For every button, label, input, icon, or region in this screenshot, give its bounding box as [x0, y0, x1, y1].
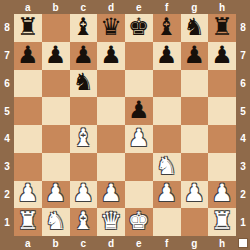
- file-label-c: c: [70, 0, 98, 14]
- piece-white-pawn[interactable]: ♟: [156, 181, 178, 205]
- square-g1[interactable]: [181, 208, 209, 236]
- piece-white-pawn[interactable]: ♟: [211, 181, 233, 205]
- piece-black-pawn[interactable]: ♟: [184, 43, 206, 67]
- square-e2[interactable]: [125, 181, 153, 209]
- square-g3[interactable]: [181, 153, 209, 181]
- square-c5[interactable]: [70, 97, 98, 125]
- file-label-b: b: [42, 236, 70, 250]
- file-label-h: h: [208, 0, 236, 14]
- rank-label-6: 6: [0, 70, 14, 98]
- square-h4[interactable]: [208, 125, 236, 153]
- side-to-move-indicator: [239, 239, 247, 247]
- piece-white-rook[interactable]: ♜: [211, 209, 233, 233]
- square-a8[interactable]: ♜: [14, 14, 42, 42]
- piece-white-pawn[interactable]: ♟: [128, 126, 150, 150]
- square-h1[interactable]: ♜: [208, 208, 236, 236]
- rank-label-4: 4: [236, 125, 250, 153]
- square-c6[interactable]: ♞: [70, 70, 98, 98]
- piece-black-pawn[interactable]: ♟: [128, 98, 150, 122]
- file-label-d: d: [97, 0, 125, 14]
- square-f2[interactable]: ♟: [153, 181, 181, 209]
- square-b5[interactable]: [42, 97, 70, 125]
- piece-black-pawn[interactable]: ♟: [211, 43, 233, 67]
- square-c1[interactable]: ♝: [70, 208, 98, 236]
- square-h3[interactable]: [208, 153, 236, 181]
- piece-black-queen[interactable]: ♛: [100, 15, 122, 39]
- square-d3[interactable]: [97, 153, 125, 181]
- piece-white-pawn[interactable]: ♟: [17, 181, 39, 205]
- square-f1[interactable]: [153, 208, 181, 236]
- square-d7[interactable]: ♟: [97, 42, 125, 70]
- square-h7[interactable]: ♟: [208, 42, 236, 70]
- file-label-g: g: [181, 236, 209, 250]
- square-d5[interactable]: [97, 97, 125, 125]
- file-label-d: d: [97, 236, 125, 250]
- square-e8[interactable]: ♚: [125, 14, 153, 42]
- file-label-a: a: [14, 0, 42, 14]
- piece-black-knight[interactable]: ♞: [73, 70, 95, 94]
- square-a7[interactable]: ♟: [14, 42, 42, 70]
- piece-black-pawn[interactable]: ♟: [17, 43, 39, 67]
- square-a6[interactable]: [14, 70, 42, 98]
- piece-black-pawn[interactable]: ♟: [73, 43, 95, 67]
- square-b2[interactable]: ♟: [42, 181, 70, 209]
- file-label-c: c: [70, 236, 98, 250]
- piece-white-pawn[interactable]: ♟: [184, 181, 206, 205]
- rank-label-1: 1: [236, 208, 250, 236]
- rank-label-1: 1: [0, 208, 14, 236]
- square-b3[interactable]: [42, 153, 70, 181]
- piece-white-rook[interactable]: ♜: [17, 209, 39, 233]
- square-g4[interactable]: [181, 125, 209, 153]
- square-d6[interactable]: [97, 70, 125, 98]
- square-b7[interactable]: ♟: [42, 42, 70, 70]
- square-d8[interactable]: ♛: [97, 14, 125, 42]
- piece-black-pawn[interactable]: ♟: [156, 43, 178, 67]
- square-b1[interactable]: ♞: [42, 208, 70, 236]
- piece-black-bishop[interactable]: ♝: [156, 15, 178, 39]
- square-b4[interactable]: [42, 125, 70, 153]
- piece-white-knight[interactable]: ♞: [45, 209, 67, 233]
- rank-label-3: 3: [0, 153, 14, 181]
- file-label-a: a: [14, 236, 42, 250]
- piece-black-king[interactable]: ♚: [128, 15, 150, 39]
- piece-white-pawn[interactable]: ♟: [73, 181, 95, 205]
- square-d4[interactable]: [97, 125, 125, 153]
- rank-label-6: 6: [236, 70, 250, 98]
- square-g6[interactable]: [181, 70, 209, 98]
- rank-labels-right: 87654321: [236, 14, 250, 236]
- square-a5[interactable]: [14, 97, 42, 125]
- chess-board: ♜♝♛♚♝♞♜♟♟♟♟♟♟♟♞♟♝♟♞♟♟♟♟♟♟♟♜♞♝♛♚♜: [14, 14, 236, 236]
- piece-black-rook[interactable]: ♜: [211, 15, 233, 39]
- square-e7[interactable]: [125, 42, 153, 70]
- piece-black-pawn[interactable]: ♟: [45, 43, 67, 67]
- square-c4[interactable]: ♝: [70, 125, 98, 153]
- rank-label-8: 8: [0, 14, 14, 42]
- square-h5[interactable]: [208, 97, 236, 125]
- piece-white-queen[interactable]: ♛: [100, 209, 122, 233]
- square-b8[interactable]: [42, 14, 70, 42]
- piece-white-pawn[interactable]: ♟: [100, 181, 122, 205]
- file-label-f: f: [153, 236, 181, 250]
- square-g2[interactable]: ♟: [181, 181, 209, 209]
- piece-black-bishop[interactable]: ♝: [73, 15, 95, 39]
- file-label-h: h: [208, 236, 236, 250]
- piece-black-pawn[interactable]: ♟: [100, 43, 122, 67]
- square-f3[interactable]: ♞: [153, 153, 181, 181]
- square-e3[interactable]: [125, 153, 153, 181]
- square-e6[interactable]: [125, 70, 153, 98]
- square-d2[interactable]: ♟: [97, 181, 125, 209]
- square-c3[interactable]: [70, 153, 98, 181]
- rank-label-5: 5: [0, 97, 14, 125]
- square-b6[interactable]: [42, 70, 70, 98]
- square-a1[interactable]: ♜: [14, 208, 42, 236]
- square-a4[interactable]: [14, 125, 42, 153]
- square-f7[interactable]: ♟: [153, 42, 181, 70]
- rank-label-4: 4: [0, 125, 14, 153]
- file-label-e: e: [125, 236, 153, 250]
- rank-label-2: 2: [0, 181, 14, 209]
- square-d1[interactable]: ♛: [97, 208, 125, 236]
- chess-board-frame: abcdefgh abcdefgh 87654321 87654321 ♜♝♛♚…: [0, 0, 250, 250]
- rank-label-7: 7: [0, 42, 14, 70]
- square-f4[interactable]: [153, 125, 181, 153]
- square-e4[interactable]: ♟: [125, 125, 153, 153]
- square-g8[interactable]: ♞: [181, 14, 209, 42]
- square-e5[interactable]: ♟: [125, 97, 153, 125]
- square-h8[interactable]: ♜: [208, 14, 236, 42]
- file-labels-bottom: abcdefgh: [14, 236, 236, 250]
- rank-labels-left: 87654321: [0, 14, 14, 236]
- file-label-e: e: [125, 0, 153, 14]
- piece-white-knight[interactable]: ♞: [156, 154, 178, 178]
- rank-label-8: 8: [236, 14, 250, 42]
- square-f5[interactable]: [153, 97, 181, 125]
- file-label-f: f: [153, 0, 181, 14]
- rank-label-2: 2: [236, 181, 250, 209]
- square-c2[interactable]: ♟: [70, 181, 98, 209]
- square-f6[interactable]: [153, 70, 181, 98]
- square-a3[interactable]: [14, 153, 42, 181]
- square-h2[interactable]: ♟: [208, 181, 236, 209]
- piece-white-king[interactable]: ♚: [128, 209, 150, 233]
- rank-label-3: 3: [236, 153, 250, 181]
- piece-white-bishop[interactable]: ♝: [73, 126, 95, 150]
- piece-white-bishop[interactable]: ♝: [73, 209, 95, 233]
- square-c8[interactable]: ♝: [70, 14, 98, 42]
- square-g5[interactable]: [181, 97, 209, 125]
- square-h6[interactable]: [208, 70, 236, 98]
- file-label-g: g: [181, 0, 209, 14]
- rank-label-7: 7: [236, 42, 250, 70]
- square-e1[interactable]: ♚: [125, 208, 153, 236]
- square-f8[interactable]: ♝: [153, 14, 181, 42]
- piece-white-pawn[interactable]: ♟: [45, 181, 67, 205]
- square-a2[interactable]: ♟: [14, 181, 42, 209]
- rank-label-5: 5: [236, 97, 250, 125]
- piece-black-rook[interactable]: ♜: [17, 15, 39, 39]
- piece-black-knight[interactable]: ♞: [184, 15, 206, 39]
- square-c7[interactable]: ♟: [70, 42, 98, 70]
- square-g7[interactable]: ♟: [181, 42, 209, 70]
- file-label-b: b: [42, 0, 70, 14]
- file-labels-top: abcdefgh: [14, 0, 236, 14]
